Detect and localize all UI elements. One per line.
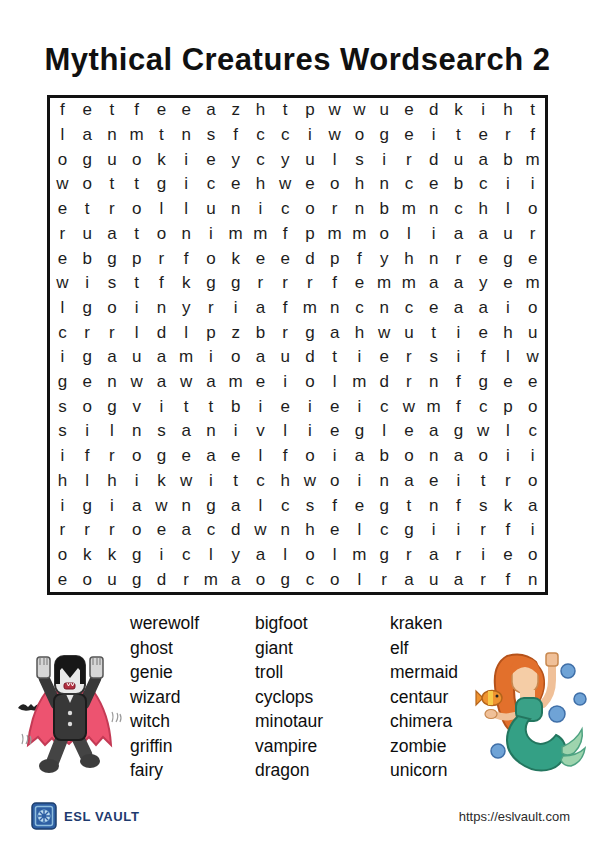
grid-cell: a (223, 567, 248, 592)
grid-cell: r (50, 222, 75, 247)
grid-cell: l (273, 419, 298, 444)
grid-cell: f (50, 98, 75, 123)
grid-cell: k (496, 493, 521, 518)
grid-cell: l (496, 197, 521, 222)
word-item: griffin (130, 734, 199, 759)
grid-cell: c (273, 197, 298, 222)
grid-cell: l (347, 518, 372, 543)
word-item: vampire (255, 734, 323, 759)
grid-cell: a (248, 296, 273, 321)
grid-cell: e (75, 98, 100, 123)
grid-cell: c (199, 518, 224, 543)
grid-cell: e (347, 271, 372, 296)
grid-cell: e (298, 172, 323, 197)
grid-cell: h (347, 172, 372, 197)
grid-cell: i (298, 123, 323, 148)
grid-cell: i (421, 222, 446, 247)
word-item: centaur (390, 685, 458, 710)
grid-cell: r (372, 567, 397, 592)
grid-cell: d (149, 567, 174, 592)
grid-cell: u (124, 345, 149, 370)
grid-cell: c (372, 394, 397, 419)
grid-cell: u (100, 567, 125, 592)
grid-cell: s (149, 419, 174, 444)
grid-cell: f (273, 444, 298, 469)
grid-cell: e (248, 246, 273, 271)
word-item: cyclops (255, 685, 323, 710)
grid-cell: f (273, 222, 298, 247)
grid-cell: k (174, 271, 199, 296)
grid-cell: a (397, 567, 422, 592)
grid-cell: e (397, 123, 422, 148)
grid-cell: c (199, 172, 224, 197)
grid-cell: g (223, 271, 248, 296)
grid-cell: n (174, 493, 199, 518)
grid-cell: i (223, 296, 248, 321)
grid-cell: l (248, 493, 273, 518)
grid-cell: s (298, 493, 323, 518)
grid-cell: w (372, 320, 397, 345)
grid-cell: r (199, 296, 224, 321)
grid-cell: g (100, 246, 125, 271)
grid-cell: n (100, 123, 125, 148)
grid-cell: o (248, 567, 273, 592)
grid-cell: o (50, 543, 75, 568)
grid-cell: r (100, 320, 125, 345)
grid-cell: a (322, 320, 347, 345)
grid-cell: h (347, 320, 372, 345)
grid-cell: e (496, 370, 521, 395)
grid-cell: r (520, 222, 545, 247)
grid-cell: l (75, 469, 100, 494)
grid-cell: m (520, 271, 545, 296)
grid-cell: m (347, 222, 372, 247)
grid-cell: m (248, 222, 273, 247)
grid-cell: u (496, 222, 521, 247)
grid-cell: r (397, 543, 422, 568)
grid-cell: a (100, 345, 125, 370)
grid-cell: t (223, 469, 248, 494)
grid-cell: n (124, 419, 149, 444)
word-item: werewolf (130, 611, 199, 636)
grid-cell: i (347, 345, 372, 370)
grid-cell: r (446, 246, 471, 271)
grid-cell: i (421, 123, 446, 148)
grid-cell: i (149, 394, 174, 419)
grid-cell: e (471, 246, 496, 271)
grid-cell: n (520, 567, 545, 592)
grid-cell: d (421, 98, 446, 123)
grid-cell: g (75, 493, 100, 518)
grid-cell: o (520, 394, 545, 419)
grid-cell: u (273, 345, 298, 370)
grid-cell: o (347, 123, 372, 148)
grid-cell: l (199, 543, 224, 568)
grid-cell: m (124, 123, 149, 148)
grid-cell: k (149, 147, 174, 172)
grid-cell: c (397, 296, 422, 321)
grid-cell: b (372, 444, 397, 469)
grid-cell: i (199, 469, 224, 494)
grid-cell: h (273, 469, 298, 494)
grid-cell: i (520, 444, 545, 469)
grid-cell: c (520, 419, 545, 444)
grid-cell: h (50, 469, 75, 494)
grid-cell: e (248, 370, 273, 395)
grid-cell: e (397, 419, 422, 444)
grid-cell: e (174, 98, 199, 123)
grid-cell: u (421, 567, 446, 592)
grid-cell: w (347, 98, 372, 123)
grid-cell: g (397, 518, 422, 543)
grid-cell: f (322, 271, 347, 296)
grid-cell: h (496, 320, 521, 345)
grid-cell: w (273, 172, 298, 197)
grid-cell: m (347, 543, 372, 568)
grid-cell: n (174, 222, 199, 247)
grid-cell: u (397, 320, 422, 345)
grid-cell: g (149, 444, 174, 469)
grid-cell: o (124, 444, 149, 469)
grid-cell: b (223, 394, 248, 419)
word-item: mermaid (390, 660, 458, 685)
grid-cell: k (100, 543, 125, 568)
grid-cell: i (75, 271, 100, 296)
grid-cell: u (298, 147, 323, 172)
grid-cell: g (124, 567, 149, 592)
grid-cell: a (471, 222, 496, 247)
grid-cell: m (174, 345, 199, 370)
grid-cell: g (100, 394, 125, 419)
grid-cell: p (298, 98, 323, 123)
grid-cell: f (446, 370, 471, 395)
grid-cell: c (248, 147, 273, 172)
grid-cell: f (520, 123, 545, 148)
grid-cell: i (199, 345, 224, 370)
grid-cell: i (372, 147, 397, 172)
grid-cell: s (471, 493, 496, 518)
grid-cell: t (124, 222, 149, 247)
grid-cell: o (149, 222, 174, 247)
grid-cell: y (372, 246, 397, 271)
grid-cell: a (421, 419, 446, 444)
grid-cell: r (496, 469, 521, 494)
grid-cell: d (149, 320, 174, 345)
grid-cell: m (397, 271, 422, 296)
grid-cell: w (322, 98, 347, 123)
grid-cell: c (397, 172, 422, 197)
grid-cell: w (298, 469, 323, 494)
wordsearch-grid: fetfeeazhtpwwuedkihtlanmtnsfcciwogeiterf… (47, 95, 548, 595)
grid-cell: e (149, 98, 174, 123)
grid-cell: e (372, 345, 397, 370)
mermaid-illustration (475, 650, 591, 790)
grid-cell: r (273, 320, 298, 345)
grid-cell: o (199, 246, 224, 271)
grid-cell: r (397, 370, 422, 395)
grid-cell: g (199, 493, 224, 518)
grid-cell: i (124, 469, 149, 494)
grid-cell: m (223, 370, 248, 395)
grid-cell: a (446, 296, 471, 321)
grid-cell: n (273, 518, 298, 543)
grid-cell: e (273, 246, 298, 271)
brand-name: ESL VAULT (64, 809, 139, 824)
grid-cell: t (149, 123, 174, 148)
mermaid-icon (475, 650, 591, 786)
grid-cell: i (520, 172, 545, 197)
grid-cell: w (471, 419, 496, 444)
website-url: https://eslvault.com (459, 809, 570, 824)
page-title: Mythical Creatures Wordsearch 2 (0, 42, 595, 78)
grid-cell: w (248, 518, 273, 543)
grid-cell: f (149, 271, 174, 296)
grid-cell: r (446, 543, 471, 568)
word-item: zombie (390, 734, 458, 759)
vault-logo-icon (31, 802, 57, 830)
grid-cell: w (50, 271, 75, 296)
grid-cell: o (520, 543, 545, 568)
word-item: elf (390, 636, 458, 661)
grid-cell: i (496, 172, 521, 197)
grid-cell: g (372, 493, 397, 518)
grid-cell: o (75, 394, 100, 419)
grid-cell: t (124, 271, 149, 296)
grid-cell: i (322, 444, 347, 469)
grid-cell: n (223, 197, 248, 222)
grid-cell: g (124, 543, 149, 568)
grid-cell: t (471, 469, 496, 494)
worksheet-page: Mythical Creatures Wordsearch 2 fetfeeaz… (0, 0, 595, 842)
grid-cell: p (322, 246, 347, 271)
grid-cell: a (75, 123, 100, 148)
grid-cell: e (75, 370, 100, 395)
grid-cell: c (273, 493, 298, 518)
grid-cell: g (273, 567, 298, 592)
grid-cell: r (100, 518, 125, 543)
grid-cell: f (223, 123, 248, 148)
grid-cell: i (199, 222, 224, 247)
grid-cell: l (496, 419, 521, 444)
word-item: genie (130, 660, 199, 685)
grid-cell: f (471, 345, 496, 370)
grid-cell: l (322, 370, 347, 395)
grid-cell: u (446, 147, 471, 172)
grid-cell: h (397, 246, 422, 271)
grid-cell: e (421, 296, 446, 321)
grid-cell: p (124, 246, 149, 271)
word-column: krakenelfmermaidcentaurchimerazombieunic… (390, 611, 458, 783)
grid-cell: a (471, 147, 496, 172)
grid-cell: t (421, 320, 446, 345)
grid-cell: r (273, 271, 298, 296)
grid-cell: l (100, 419, 125, 444)
grid-cell: l (248, 444, 273, 469)
grid-cell: g (347, 419, 372, 444)
grid-cell: h (298, 518, 323, 543)
word-item: witch (130, 709, 199, 734)
grid-cell: e (50, 197, 75, 222)
grid-cell: a (248, 345, 273, 370)
grid-cell: g (75, 147, 100, 172)
grid-cell: c (273, 123, 298, 148)
grid-cell: s (421, 345, 446, 370)
grid-cell: w (397, 394, 422, 419)
grid-cell: n (372, 296, 397, 321)
grid-cell: g (199, 271, 224, 296)
grid-cell: f (446, 493, 471, 518)
grid-cell: g (75, 296, 100, 321)
vampire-illustration (16, 646, 126, 782)
grid-cell: t (520, 98, 545, 123)
grid-cell: o (75, 567, 100, 592)
grid-cell: b (372, 197, 397, 222)
grid-cell: w (149, 493, 174, 518)
grid-cell: h (471, 197, 496, 222)
grid-cell: a (397, 469, 422, 494)
grid-cell: c (298, 567, 323, 592)
grid-cell: o (298, 444, 323, 469)
grid-cell: b (75, 246, 100, 271)
grid-cell: d (223, 518, 248, 543)
grid-cell: f (124, 98, 149, 123)
grid-cell: i (50, 493, 75, 518)
grid-cell: i (471, 543, 496, 568)
grid-cell: u (199, 197, 224, 222)
grid-cell: l (174, 197, 199, 222)
grid-cell: i (248, 394, 273, 419)
grid-cell: t (273, 98, 298, 123)
grid-cell: g (446, 419, 471, 444)
grid-cell: a (223, 493, 248, 518)
grid-cell: d (298, 246, 323, 271)
grid-cell: g (75, 345, 100, 370)
grid-cell: i (347, 469, 372, 494)
word-item: chimera (390, 709, 458, 734)
grid-cell: f (496, 567, 521, 592)
grid-cell: r (298, 271, 323, 296)
grid-cell: n (421, 444, 446, 469)
grid-cell: g (471, 370, 496, 395)
grid-cell: s (50, 419, 75, 444)
grid-cell: m (372, 271, 397, 296)
grid-cell: v (248, 419, 273, 444)
word-column: bigfootgianttrollcyclopsminotaurvampired… (255, 611, 323, 783)
grid-cell: r (100, 197, 125, 222)
grid-cell: p (298, 222, 323, 247)
grid-cell: r (496, 123, 521, 148)
grid-cell: e (199, 147, 224, 172)
grid-cell: a (446, 444, 471, 469)
grid-cell: s (50, 394, 75, 419)
grid-cell: e (496, 543, 521, 568)
grid-cell: f (446, 394, 471, 419)
grid-cell: n (149, 296, 174, 321)
grid-cell: u (100, 147, 125, 172)
grid-cell: i (75, 419, 100, 444)
grid-cell: o (372, 222, 397, 247)
grid-cell: e (471, 123, 496, 148)
grid-cell: n (347, 197, 372, 222)
grid-cell: e (322, 394, 347, 419)
grid-cell: e (223, 444, 248, 469)
grid-cell: w (174, 469, 199, 494)
grid-cell: l (322, 147, 347, 172)
grid-cell: o (298, 543, 323, 568)
grid-cell: e (174, 444, 199, 469)
word-item: wizard (130, 685, 199, 710)
grid-cell: g (496, 246, 521, 271)
grid-cell: c (471, 172, 496, 197)
grid-cell: b (446, 172, 471, 197)
grid-cell: o (124, 197, 149, 222)
grid-cell: o (100, 296, 125, 321)
grid-cell: i (124, 296, 149, 321)
grid-cell: z (223, 320, 248, 345)
grid-cell: m (520, 147, 545, 172)
grid-cell: o (298, 197, 323, 222)
grid-cell: t (322, 345, 347, 370)
grid-cell: o (322, 567, 347, 592)
grid-cell: f (174, 246, 199, 271)
grid-cell: d (298, 345, 323, 370)
grid-cell: t (75, 197, 100, 222)
grid-cell: e (471, 320, 496, 345)
grid-cell: l (50, 123, 75, 148)
grid-cell: i (298, 394, 323, 419)
grid-cell: m (397, 197, 422, 222)
grid-cell: i (248, 197, 273, 222)
grid-cell: i (273, 370, 298, 395)
grid-cell: o (124, 518, 149, 543)
grid-cell: h (100, 469, 125, 494)
grid-cell: a (199, 444, 224, 469)
grid-cell: c (248, 469, 273, 494)
grid-cell: m (223, 222, 248, 247)
grid-cell: s (100, 271, 125, 296)
grid-cell: l (322, 543, 347, 568)
grid-cell: h (496, 98, 521, 123)
grid-cell: d (421, 147, 446, 172)
grid-cell: i (471, 98, 496, 123)
grid-cell: n (372, 172, 397, 197)
grid-cell: i (149, 543, 174, 568)
word-item: dragon (255, 758, 323, 783)
grid-cell: r (75, 518, 100, 543)
grid-cell: k (223, 246, 248, 271)
grid-cell: a (471, 296, 496, 321)
grid-cell: t (174, 394, 199, 419)
grid-cell: e (520, 370, 545, 395)
grid-cell: f (347, 246, 372, 271)
grid-cell: r (149, 246, 174, 271)
grid-cell: t (446, 123, 471, 148)
grid-cell: o (322, 469, 347, 494)
word-item: minotaur (255, 709, 323, 734)
grid-cell: y (471, 271, 496, 296)
grid-cell: c (347, 296, 372, 321)
grid-cell: n (421, 246, 446, 271)
grid-cell: c (446, 197, 471, 222)
grid-cell: r (471, 567, 496, 592)
grid-cell: o (50, 147, 75, 172)
grid-cell: t (100, 98, 125, 123)
grid-cell: v (124, 394, 149, 419)
grid-cell: l (273, 543, 298, 568)
grid-cell: u (372, 98, 397, 123)
grid-cell: c (372, 518, 397, 543)
grid-cell: w (174, 370, 199, 395)
